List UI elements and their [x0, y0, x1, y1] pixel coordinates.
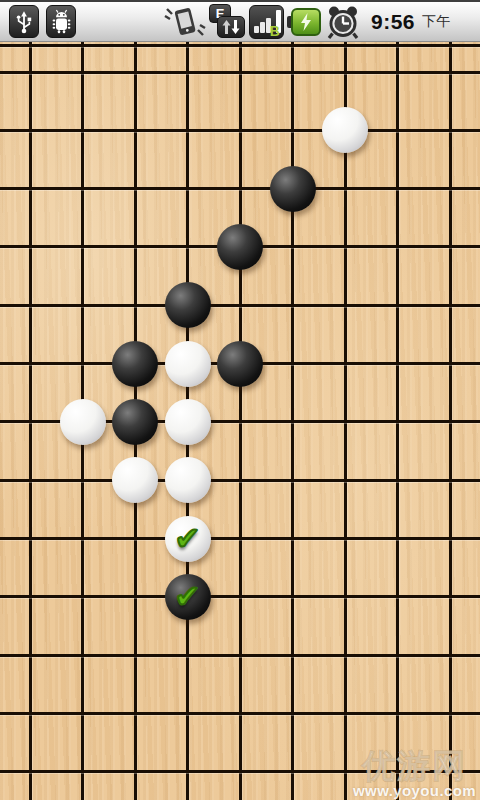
- edge-arrows-icon: [217, 16, 245, 38]
- board-grid-hline: [0, 654, 480, 657]
- battery-charging-icon: [287, 8, 321, 36]
- signal-letter: B: [270, 24, 280, 38]
- board-grid-hline: [0, 770, 480, 773]
- board-grid-hline: [0, 595, 480, 598]
- stone-black[interactable]: [112, 399, 158, 445]
- usb-icon: [9, 5, 39, 38]
- alarm-clock-icon: [324, 4, 362, 40]
- stone-black[interactable]: [270, 166, 316, 212]
- status-bar: E B: [0, 0, 480, 42]
- green-check-icon: ✔: [165, 574, 211, 620]
- stone-white[interactable]: [322, 107, 368, 153]
- status-bar-right: E B: [164, 4, 476, 40]
- stone-black-checked[interactable]: ✔: [165, 574, 211, 620]
- stone-white[interactable]: [112, 457, 158, 503]
- board-top-edge-line: [0, 44, 480, 47]
- board[interactable]: 优游网 www.yoyou.com ✔✔: [0, 42, 480, 800]
- stone-black[interactable]: [217, 224, 263, 270]
- stone-white[interactable]: [165, 457, 211, 503]
- lightning-bolt-icon: [291, 8, 321, 36]
- watermark: 优游网 www.yoyou.com: [353, 749, 476, 799]
- board-grid-hline: [0, 187, 480, 190]
- signal-strength-icon: B: [249, 5, 284, 39]
- vibrate-icon: [164, 4, 206, 40]
- board-grid-hline: [0, 712, 480, 715]
- stone-black[interactable]: [165, 282, 211, 328]
- stone-white[interactable]: [165, 341, 211, 387]
- board-grid-hline: [0, 537, 480, 540]
- board-grid-hline: [0, 479, 480, 482]
- board-grid-hline: [0, 71, 480, 74]
- android-debug-icon: [46, 5, 76, 38]
- stone-white-checked[interactable]: ✔: [165, 516, 211, 562]
- board-grid-hline: [0, 304, 480, 307]
- stone-white[interactable]: [60, 399, 106, 445]
- watermark-title: 优游网: [353, 749, 476, 784]
- stone-black[interactable]: [217, 341, 263, 387]
- edge-data-icon: E: [209, 4, 246, 39]
- board-grid-hline: [0, 129, 480, 132]
- green-check-icon: ✔: [165, 516, 211, 562]
- status-bar-left: [9, 5, 76, 38]
- phone-screen: E B: [0, 0, 480, 800]
- stone-white[interactable]: [165, 399, 211, 445]
- clock-period: 下午: [422, 13, 450, 31]
- watermark-url: www.yoyou.com: [353, 782, 476, 799]
- stone-black[interactable]: [112, 341, 158, 387]
- clock-time: 9:56: [371, 10, 415, 34]
